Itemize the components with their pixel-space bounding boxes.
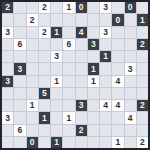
- cell-r11c2-b0[interactable]: 0: [27, 137, 38, 148]
- cell-r6c1-empty[interactable]: [14, 76, 25, 87]
- cell-r0c6-b0[interactable]: 0: [76, 2, 87, 13]
- cell-r1c6-empty[interactable]: [76, 14, 87, 25]
- cell-r8c10-empty[interactable]: [125, 100, 136, 111]
- cell-r6c0-b3[interactable]: 3: [2, 76, 13, 87]
- cell-r10c8-empty[interactable]: [100, 125, 111, 136]
- cell-r6c6-empty[interactable]: [76, 76, 87, 87]
- cell-r4c4-w3[interactable]: 3: [51, 51, 62, 62]
- cell-r2c6-b4[interactable]: 4: [76, 27, 87, 38]
- cell-r4c3-empty[interactable]: [39, 51, 50, 62]
- cell-r0c0-b2[interactable]: 2: [2, 2, 13, 13]
- cell-r1c8-empty[interactable]: [100, 14, 111, 25]
- cell-r9c0-w3[interactable]: 3: [2, 112, 13, 123]
- cell-r4c5-empty[interactable]: [63, 51, 74, 62]
- cell-r2c11-empty[interactable]: [137, 27, 148, 38]
- cell-r6c8-empty[interactable]: [100, 76, 111, 87]
- cell-r11c3-empty[interactable]: [39, 137, 50, 148]
- cell-r8c4-empty[interactable]: [51, 100, 62, 111]
- cell-r1c0-empty[interactable]: [2, 14, 13, 25]
- cell-r6c5-empty[interactable]: [63, 76, 74, 87]
- cell-r0c8-w3[interactable]: 3: [100, 2, 111, 13]
- cell-r3c5-w6[interactable]: 6: [63, 39, 74, 50]
- cell-r10c0-empty[interactable]: [2, 125, 13, 136]
- cell-r1c7-empty[interactable]: [88, 14, 99, 25]
- cell-r11c7-empty[interactable]: [88, 137, 99, 148]
- cell-r9c9-empty[interactable]: [112, 112, 123, 123]
- cell-r9c7-empty[interactable]: [88, 112, 99, 123]
- cell-r0c11-empty[interactable]: [137, 2, 148, 13]
- cell-r5c0-empty[interactable]: [2, 63, 13, 74]
- cell-r10c7-empty[interactable]: [88, 125, 99, 136]
- cell-r11c4-b1[interactable]: 1: [51, 137, 62, 148]
- cell-r10c10-empty[interactable]: [125, 125, 136, 136]
- cell-r5c2-empty[interactable]: [27, 63, 38, 74]
- cell-r1c3-empty[interactable]: [39, 14, 50, 25]
- cell-r9c2-empty[interactable]: [27, 112, 38, 123]
- cell-r6c11-empty[interactable]: [137, 76, 148, 87]
- cell-r5c7-b1[interactable]: 1: [88, 63, 99, 74]
- cell-r11c11-w2[interactable]: 2: [137, 137, 148, 148]
- cell-r1c2-w2[interactable]: 2: [27, 14, 38, 25]
- cell-r4c10-empty[interactable]: [125, 51, 136, 62]
- cell-r1c10-empty[interactable]: [125, 14, 136, 25]
- cell-r9c8-empty[interactable]: [100, 112, 111, 123]
- cell-r3c7-b3[interactable]: 3: [88, 39, 99, 50]
- cell-r5c1-b3[interactable]: 3: [14, 63, 25, 74]
- cell-r9c3-b1[interactable]: 1: [39, 112, 50, 123]
- cell-r7c4-empty[interactable]: [51, 88, 62, 99]
- cell-r6c10-empty[interactable]: [125, 76, 136, 87]
- cell-r5c3-empty[interactable]: [39, 63, 50, 74]
- cell-r5c8-empty[interactable]: [100, 63, 111, 74]
- cell-r6c3-empty[interactable]: [39, 76, 50, 87]
- cell-r10c6-b2[interactable]: 2: [76, 125, 87, 136]
- cell-r7c1-empty[interactable]: [14, 88, 25, 99]
- cell-r8c3-empty[interactable]: [39, 100, 50, 111]
- cell-r8c6-b3[interactable]: 3: [76, 100, 87, 111]
- cell-r1c1-empty[interactable]: [14, 14, 25, 25]
- cell-r5c5-empty[interactable]: [63, 63, 74, 74]
- cell-r7c2-empty[interactable]: [27, 88, 38, 99]
- cell-r10c2-empty[interactable]: [27, 125, 38, 136]
- cell-r8c8-w4[interactable]: 4: [100, 100, 111, 111]
- cell-r6c2-empty[interactable]: [27, 76, 38, 87]
- cell-r8c2-w1[interactable]: 1: [27, 100, 38, 111]
- cell-r9c6-empty[interactable]: [76, 112, 87, 123]
- cell-r2c8-w3[interactable]: 3: [100, 27, 111, 38]
- cell-r3c1-w6[interactable]: 6: [14, 39, 25, 50]
- cell-r8c1-empty[interactable]: [14, 100, 25, 111]
- cell-r4c7-empty[interactable]: [88, 51, 99, 62]
- cell-r8c9-w4[interactable]: 4: [112, 100, 123, 111]
- cell-r4c11-empty[interactable]: [137, 51, 148, 62]
- cell-r1c4-empty[interactable]: [51, 14, 62, 25]
- cell-r5c10-w3[interactable]: 3: [125, 63, 136, 74]
- cell-r0c4-empty[interactable]: [51, 2, 62, 13]
- cell-r3c8-empty[interactable]: [100, 39, 111, 50]
- cell-r10c4-empty[interactable]: [51, 125, 62, 136]
- cell-r2c1-empty[interactable]: [14, 27, 25, 38]
- cell-r0c5-w1[interactable]: 1: [63, 2, 74, 13]
- cell-r7c7-empty[interactable]: [88, 88, 99, 99]
- cell-r7c9-empty[interactable]: [112, 88, 123, 99]
- cell-r5c11-empty[interactable]: [137, 63, 148, 74]
- cell-r10c1-w6[interactable]: 6: [14, 125, 25, 136]
- cell-r2c5-empty[interactable]: [63, 27, 74, 38]
- cell-r11c10-empty[interactable]: [125, 137, 136, 148]
- cell-r8c0-empty[interactable]: [2, 100, 13, 111]
- cell-r4c6-empty[interactable]: [76, 51, 87, 62]
- cell-r10c11-empty[interactable]: [137, 125, 148, 136]
- cell-r2c2-empty[interactable]: [27, 27, 38, 38]
- cell-r4c1-empty[interactable]: [14, 51, 25, 62]
- cell-r11c1-empty[interactable]: [14, 137, 25, 148]
- cell-r5c4-empty[interactable]: [51, 63, 62, 74]
- cell-r6c4-w1[interactable]: 1: [51, 76, 62, 87]
- cell-r4c2-empty[interactable]: [27, 51, 38, 62]
- cell-r9c4-empty[interactable]: [51, 112, 62, 123]
- cell-r8c7-empty[interactable]: [88, 100, 99, 111]
- cell-r8c11-b2[interactable]: 2: [137, 100, 148, 111]
- cell-r10c5-empty[interactable]: [63, 125, 74, 136]
- cell-r7c6-empty[interactable]: [76, 88, 87, 99]
- cell-r10c3-empty[interactable]: [39, 125, 50, 136]
- cell-r1c9-b0[interactable]: 0: [112, 14, 123, 25]
- cell-r11c5-empty[interactable]: [63, 137, 74, 148]
- cell-r2c3-w2[interactable]: 2: [39, 27, 50, 38]
- cell-r9c5-w1[interactable]: 1: [63, 112, 74, 123]
- cell-r0c10-b0[interactable]: 0: [125, 2, 136, 13]
- cell-r9c1-empty[interactable]: [14, 112, 25, 123]
- cell-r2c4-b1[interactable]: 1: [51, 27, 62, 38]
- cell-r8c5-empty[interactable]: [63, 100, 74, 111]
- cell-r6c7-w1[interactable]: 1: [88, 76, 99, 87]
- cell-r1c5-empty[interactable]: [63, 14, 74, 25]
- cell-r10c9-empty[interactable]: [112, 125, 123, 136]
- cell-r3c10-empty[interactable]: [125, 39, 136, 50]
- cell-r7c11-empty[interactable]: [137, 88, 148, 99]
- cell-r6c9-w4[interactable]: 4: [112, 76, 123, 87]
- cell-r2c9-empty[interactable]: [112, 27, 123, 38]
- cell-r7c10-empty[interactable]: [125, 88, 136, 99]
- cell-r9c10-w4[interactable]: 4: [125, 112, 136, 123]
- cell-r2c7-empty[interactable]: [88, 27, 99, 38]
- cell-r11c0-empty[interactable]: [2, 137, 13, 148]
- cell-r4c9-empty[interactable]: [112, 51, 123, 62]
- cell-r5c9-empty[interactable]: [112, 63, 123, 74]
- cell-r2c10-empty[interactable]: [125, 27, 136, 38]
- cell-r7c0-empty[interactable]: [2, 88, 13, 99]
- cell-r11c6-empty[interactable]: [76, 137, 87, 148]
- cell-r0c3-w2[interactable]: 2: [39, 2, 50, 13]
- cell-r4c0-empty[interactable]: [2, 51, 13, 62]
- cell-r11c8-empty[interactable]: [100, 137, 111, 148]
- cell-r3c3-empty[interactable]: [39, 39, 50, 50]
- cell-r3c0-empty[interactable]: [2, 39, 13, 50]
- cell-r9c11-empty[interactable]: [137, 112, 148, 123]
- cell-r7c5-empty[interactable]: [63, 88, 74, 99]
- cell-r11c9-w1[interactable]: 1: [112, 137, 123, 148]
- cell-r7c8-empty[interactable]: [100, 88, 111, 99]
- cell-r3c4-empty[interactable]: [51, 39, 62, 50]
- cell-r3c6-empty[interactable]: [76, 39, 87, 50]
- puzzle-board: 2210302013214366323131331145134423114620…: [0, 0, 150, 150]
- cell-r1c11-b1[interactable]: 1: [137, 14, 148, 25]
- cell-r0c2-empty[interactable]: [27, 2, 38, 13]
- cell-r3c2-empty[interactable]: [27, 39, 38, 50]
- cell-r5c6-empty[interactable]: [76, 63, 87, 74]
- cell-r0c1-empty[interactable]: [14, 2, 25, 13]
- cell-r0c9-empty[interactable]: [112, 2, 123, 13]
- cell-r0c7-empty[interactable]: [88, 2, 99, 13]
- cell-r3c11-b2[interactable]: 2: [137, 39, 148, 50]
- cell-r7c3-b5[interactable]: 5: [39, 88, 50, 99]
- cell-r3c9-empty[interactable]: [112, 39, 123, 50]
- cell-r4c8-b1[interactable]: 1: [100, 51, 111, 62]
- cell-r2c0-w3[interactable]: 3: [2, 27, 13, 38]
